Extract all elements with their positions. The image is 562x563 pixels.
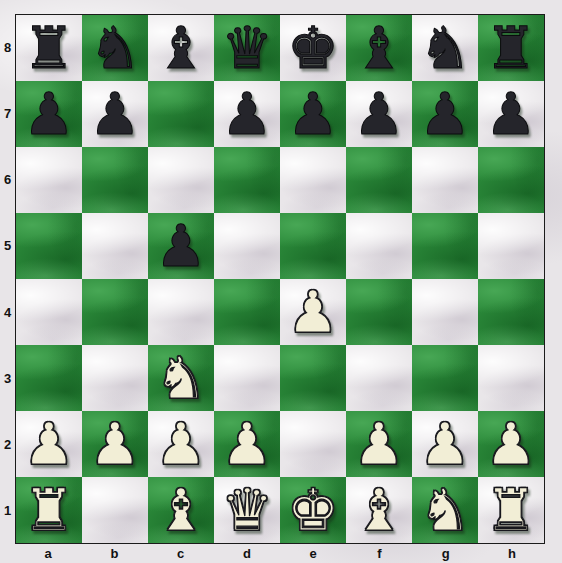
square-c5[interactable]: ♟	[148, 213, 214, 279]
square-f2[interactable]: ♟	[346, 411, 412, 477]
piece-white-pawn[interactable]: ♟	[89, 415, 141, 473]
piece-black-pawn[interactable]: ♟	[155, 217, 207, 275]
square-e4[interactable]: ♟	[280, 279, 346, 345]
square-d3[interactable]	[214, 345, 280, 411]
square-f1[interactable]: ♝	[346, 477, 412, 543]
square-c1[interactable]: ♝	[148, 477, 214, 543]
piece-white-bishop[interactable]: ♝	[353, 481, 405, 539]
square-a5[interactable]	[16, 213, 82, 279]
square-f7[interactable]: ♟	[346, 81, 412, 147]
piece-black-pawn[interactable]: ♟	[23, 85, 75, 143]
piece-black-pawn[interactable]: ♟	[287, 85, 339, 143]
square-h8[interactable]: ♜	[478, 15, 544, 81]
square-g7[interactable]: ♟	[412, 81, 478, 147]
piece-black-bishop[interactable]: ♝	[155, 19, 207, 77]
rank-label-1: 1	[0, 478, 15, 544]
file-label-e: e	[280, 544, 346, 563]
file-label-a: a	[15, 544, 81, 563]
rank-label-2: 2	[0, 412, 15, 478]
square-b3[interactable]	[82, 345, 148, 411]
file-label-g: g	[413, 544, 479, 563]
square-c3[interactable]: ♞	[148, 345, 214, 411]
square-h6[interactable]	[478, 147, 544, 213]
square-b7[interactable]: ♟	[82, 81, 148, 147]
square-g1[interactable]: ♞	[412, 477, 478, 543]
file-label-c: c	[148, 544, 214, 563]
square-c4[interactable]	[148, 279, 214, 345]
piece-white-pawn[interactable]: ♟	[23, 415, 75, 473]
piece-black-knight[interactable]: ♞	[89, 19, 141, 77]
file-label-h: h	[479, 544, 545, 563]
piece-black-queen[interactable]: ♛	[221, 19, 273, 77]
square-a3[interactable]	[16, 345, 82, 411]
square-a4[interactable]	[16, 279, 82, 345]
square-d2[interactable]: ♟	[214, 411, 280, 477]
file-labels: abcdefgh	[15, 544, 545, 563]
piece-white-pawn[interactable]: ♟	[485, 415, 537, 473]
square-h4[interactable]	[478, 279, 544, 345]
square-g2[interactable]: ♟	[412, 411, 478, 477]
square-d6[interactable]	[214, 147, 280, 213]
piece-black-bishop[interactable]: ♝	[353, 19, 405, 77]
rank-label-8: 8	[0, 14, 15, 80]
square-c7[interactable]	[148, 81, 214, 147]
piece-black-king[interactable]: ♚	[287, 19, 339, 77]
square-b2[interactable]: ♟	[82, 411, 148, 477]
square-f6[interactable]	[346, 147, 412, 213]
square-c2[interactable]: ♟	[148, 411, 214, 477]
square-e1[interactable]: ♚	[280, 477, 346, 543]
piece-black-knight[interactable]: ♞	[419, 19, 471, 77]
square-d4[interactable]	[214, 279, 280, 345]
square-h7[interactable]: ♟	[478, 81, 544, 147]
piece-white-pawn[interactable]: ♟	[419, 415, 471, 473]
file-label-f: f	[346, 544, 412, 563]
square-b1[interactable]	[82, 477, 148, 543]
square-e2[interactable]	[280, 411, 346, 477]
square-f4[interactable]	[346, 279, 412, 345]
piece-white-pawn[interactable]: ♟	[155, 415, 207, 473]
piece-white-knight[interactable]: ♞	[155, 349, 207, 407]
chess-diagram: 87654321 ♜♞♝♛♚♝♞♜♟♟♟♟♟♟♟♟♟♞♟♟♟♟♟♟♟♜♝♛♚♝♞…	[0, 0, 562, 563]
square-f5[interactable]	[346, 213, 412, 279]
square-g4[interactable]	[412, 279, 478, 345]
rank-label-6: 6	[0, 147, 15, 213]
square-e5[interactable]	[280, 213, 346, 279]
piece-white-rook[interactable]: ♜	[23, 481, 75, 539]
rank-label-5: 5	[0, 213, 15, 279]
square-a2[interactable]: ♟	[16, 411, 82, 477]
rank-label-7: 7	[0, 80, 15, 146]
square-g8[interactable]: ♞	[412, 15, 478, 81]
piece-black-rook[interactable]: ♜	[485, 19, 537, 77]
piece-black-pawn[interactable]: ♟	[89, 85, 141, 143]
piece-black-pawn[interactable]: ♟	[485, 85, 537, 143]
square-h1[interactable]: ♜	[478, 477, 544, 543]
piece-white-rook[interactable]: ♜	[485, 481, 537, 539]
file-label-d: d	[214, 544, 280, 563]
square-b8[interactable]: ♞	[82, 15, 148, 81]
square-d8[interactable]: ♛	[214, 15, 280, 81]
square-a7[interactable]: ♟	[16, 81, 82, 147]
square-e3[interactable]	[280, 345, 346, 411]
piece-white-pawn[interactable]: ♟	[287, 283, 339, 341]
piece-white-bishop[interactable]: ♝	[155, 481, 207, 539]
square-d7[interactable]: ♟	[214, 81, 280, 147]
piece-black-rook[interactable]: ♜	[23, 19, 75, 77]
piece-white-king[interactable]: ♚	[287, 481, 339, 539]
square-a6[interactable]	[16, 147, 82, 213]
piece-white-knight[interactable]: ♞	[419, 481, 471, 539]
square-h5[interactable]	[478, 213, 544, 279]
square-h3[interactable]	[478, 345, 544, 411]
square-c8[interactable]: ♝	[148, 15, 214, 81]
piece-black-pawn[interactable]: ♟	[221, 85, 273, 143]
rank-labels: 87654321	[0, 14, 15, 544]
square-a8[interactable]: ♜	[16, 15, 82, 81]
square-g3[interactable]	[412, 345, 478, 411]
square-b5[interactable]	[82, 213, 148, 279]
square-f3[interactable]	[346, 345, 412, 411]
square-h2[interactable]: ♟	[478, 411, 544, 477]
square-g5[interactable]	[412, 213, 478, 279]
square-e7[interactable]: ♟	[280, 81, 346, 147]
piece-black-pawn[interactable]: ♟	[353, 85, 405, 143]
file-label-b: b	[81, 544, 147, 563]
square-f8[interactable]: ♝	[346, 15, 412, 81]
square-b6[interactable]	[82, 147, 148, 213]
square-d5[interactable]	[214, 213, 280, 279]
square-e8[interactable]: ♚	[280, 15, 346, 81]
square-e6[interactable]	[280, 147, 346, 213]
rank-label-3: 3	[0, 345, 15, 411]
piece-black-pawn[interactable]: ♟	[419, 85, 471, 143]
square-g6[interactable]	[412, 147, 478, 213]
chess-board: ♜♞♝♛♚♝♞♜♟♟♟♟♟♟♟♟♟♞♟♟♟♟♟♟♟♜♝♛♚♝♞♜	[15, 14, 545, 544]
piece-white-queen[interactable]: ♛	[221, 481, 273, 539]
square-b4[interactable]	[82, 279, 148, 345]
square-c6[interactable]	[148, 147, 214, 213]
rank-label-4: 4	[0, 279, 15, 345]
square-d1[interactable]: ♛	[214, 477, 280, 543]
piece-white-pawn[interactable]: ♟	[353, 415, 405, 473]
square-a1[interactable]: ♜	[16, 477, 82, 543]
piece-white-pawn[interactable]: ♟	[221, 415, 273, 473]
